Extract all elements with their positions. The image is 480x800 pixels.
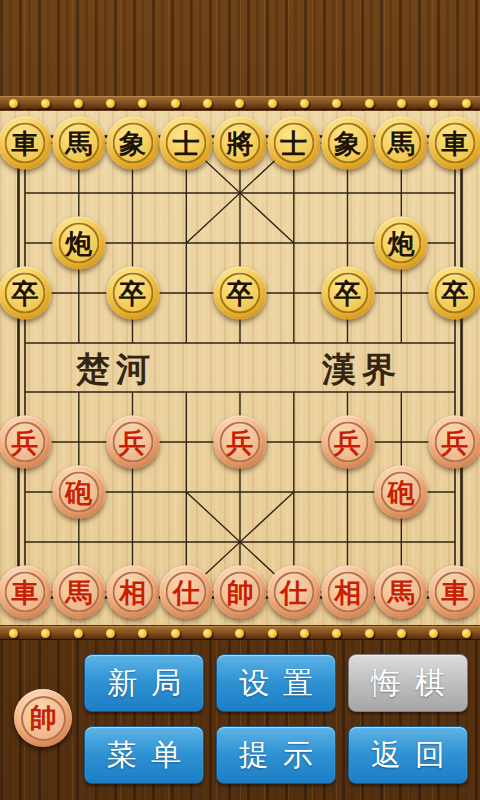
piece-black-車-f8r0[interactable]: 車 bbox=[429, 117, 480, 170]
piece-black-將-f4r0[interactable]: 將 bbox=[214, 117, 267, 170]
stud-icon bbox=[41, 629, 50, 638]
piece-glyph: 炮 bbox=[381, 223, 422, 264]
piece-black-卒-f0r3[interactable]: 卒 bbox=[0, 267, 52, 320]
piece-red-兵-f2r6[interactable]: 兵 bbox=[106, 416, 159, 469]
piece-red-兵-f4r6[interactable]: 兵 bbox=[214, 416, 267, 469]
stud-icon bbox=[74, 629, 83, 638]
board-top-rail bbox=[0, 96, 480, 110]
piece-glyph: 卒 bbox=[220, 273, 261, 314]
piece-glyph: 砲 bbox=[58, 472, 99, 513]
stud-icon bbox=[9, 629, 18, 638]
piece-black-卒-f2r3[interactable]: 卒 bbox=[106, 267, 159, 320]
piece-glyph: 兵 bbox=[220, 422, 261, 463]
stud-icon bbox=[235, 629, 244, 638]
piece-glyph: 卒 bbox=[5, 273, 46, 314]
settings-button[interactable]: 设置 bbox=[216, 654, 336, 712]
stud-icon bbox=[74, 99, 83, 108]
back-button[interactable]: 返回 bbox=[348, 726, 468, 784]
piece-black-士-f3r0[interactable]: 士 bbox=[160, 117, 213, 170]
piece-red-帥-f4r9[interactable]: 帥 bbox=[214, 566, 267, 619]
piece-black-車-f0r0[interactable]: 車 bbox=[0, 117, 52, 170]
piece-black-炮-f7r2[interactable]: 炮 bbox=[375, 217, 428, 270]
piece-black-象-f6r0[interactable]: 象 bbox=[321, 117, 374, 170]
piece-glyph: 馬 bbox=[58, 123, 99, 164]
piece-red-兵-f0r6[interactable]: 兵 bbox=[0, 416, 52, 469]
stud-icon bbox=[397, 99, 406, 108]
stud-icon bbox=[138, 629, 147, 638]
stud-icon bbox=[235, 99, 244, 108]
piece-black-象-f2r0[interactable]: 象 bbox=[106, 117, 159, 170]
stud-icon bbox=[41, 99, 50, 108]
piece-red-相-f6r9[interactable]: 相 bbox=[321, 566, 374, 619]
stud-icon bbox=[365, 629, 374, 638]
piece-red-馬-f7r9[interactable]: 馬 bbox=[375, 566, 428, 619]
piece-black-士-f5r0[interactable]: 士 bbox=[267, 117, 320, 170]
hint-button[interactable]: 提示 bbox=[216, 726, 336, 784]
piece-glyph: 炮 bbox=[58, 223, 99, 264]
stud-icon bbox=[268, 629, 277, 638]
piece-glyph: 兵 bbox=[112, 422, 153, 463]
board-bottom-rail bbox=[0, 626, 480, 640]
piece-red-砲-f1r7[interactable]: 砲 bbox=[52, 466, 105, 519]
piece-glyph: 將 bbox=[220, 123, 261, 164]
stud-icon bbox=[171, 99, 180, 108]
board-grid-lines bbox=[0, 111, 480, 625]
piece-glyph: 卒 bbox=[327, 273, 368, 314]
piece-glyph: 士 bbox=[273, 123, 314, 164]
piece-black-馬-f1r0[interactable]: 馬 bbox=[52, 117, 105, 170]
stud-icon bbox=[462, 99, 471, 108]
piece-black-馬-f7r0[interactable]: 馬 bbox=[375, 117, 428, 170]
piece-glyph: 車 bbox=[5, 123, 46, 164]
stud-icon bbox=[365, 99, 374, 108]
piece-black-卒-f4r3[interactable]: 卒 bbox=[214, 267, 267, 320]
stud-icon bbox=[106, 99, 115, 108]
piece-glyph: 馬 bbox=[58, 572, 99, 613]
stud-icon bbox=[9, 99, 18, 108]
piece-red-仕-f5r9[interactable]: 仕 bbox=[267, 566, 320, 619]
stud-icon bbox=[106, 629, 115, 638]
piece-glyph: 卒 bbox=[435, 273, 476, 314]
stud-icon bbox=[268, 99, 277, 108]
piece-glyph: 車 bbox=[435, 123, 476, 164]
piece-glyph: 相 bbox=[327, 572, 368, 613]
piece-red-砲-f7r7[interactable]: 砲 bbox=[375, 466, 428, 519]
piece-glyph: 馬 bbox=[381, 572, 422, 613]
stud-icon bbox=[397, 629, 406, 638]
river-label-left: 楚河 bbox=[76, 346, 156, 392]
piece-glyph: 相 bbox=[112, 572, 153, 613]
stud-icon bbox=[429, 629, 438, 638]
piece-glyph: 車 bbox=[435, 572, 476, 613]
river-label-right: 漢界 bbox=[322, 346, 402, 392]
piece-red-相-f2r9[interactable]: 相 bbox=[106, 566, 159, 619]
piece-glyph: 砲 bbox=[381, 472, 422, 513]
piece-glyph: 兵 bbox=[327, 422, 368, 463]
piece-glyph: 象 bbox=[112, 123, 153, 164]
piece-glyph: 兵 bbox=[5, 422, 46, 463]
xiangqi-board[interactable]: 楚河 漢界 車馬象士將士象馬車炮炮卒卒卒卒卒兵兵兵兵兵砲砲車馬相仕帥仕相馬車 bbox=[0, 111, 480, 625]
piece-black-卒-f8r3[interactable]: 卒 bbox=[429, 267, 480, 320]
stud-icon bbox=[203, 99, 212, 108]
piece-glyph: 車 bbox=[5, 572, 46, 613]
piece-glyph: 馬 bbox=[381, 123, 422, 164]
piece-red-仕-f3r9[interactable]: 仕 bbox=[160, 566, 213, 619]
new-game-button[interactable]: 新局 bbox=[84, 654, 204, 712]
piece-glyph: 卒 bbox=[112, 273, 153, 314]
red-general-turn-icon: 帥 bbox=[14, 689, 72, 747]
piece-glyph: 仕 bbox=[273, 572, 314, 613]
piece-red-馬-f1r9[interactable]: 馬 bbox=[52, 566, 105, 619]
stud-icon bbox=[171, 629, 180, 638]
stud-icon bbox=[300, 99, 309, 108]
piece-glyph: 士 bbox=[166, 123, 207, 164]
piece-glyph: 帥 bbox=[220, 572, 261, 613]
stud-icon bbox=[300, 629, 309, 638]
piece-red-車-f0r9[interactable]: 車 bbox=[0, 566, 52, 619]
piece-glyph: 仕 bbox=[166, 572, 207, 613]
stud-icon bbox=[332, 99, 341, 108]
stud-icon bbox=[138, 99, 147, 108]
undo-button[interactable]: 悔棋 bbox=[348, 654, 468, 712]
stud-icon bbox=[203, 629, 212, 638]
stud-icon bbox=[462, 629, 471, 638]
piece-black-炮-f1r2[interactable]: 炮 bbox=[52, 217, 105, 270]
piece-red-兵-f8r6[interactable]: 兵 bbox=[429, 416, 480, 469]
piece-red-兵-f6r6[interactable]: 兵 bbox=[321, 416, 374, 469]
stud-icon bbox=[429, 99, 438, 108]
menu-button[interactable]: 菜单 bbox=[84, 726, 204, 784]
piece-red-車-f8r9[interactable]: 車 bbox=[429, 566, 480, 619]
piece-glyph: 兵 bbox=[435, 422, 476, 463]
piece-glyph: 象 bbox=[327, 123, 368, 164]
piece-black-卒-f6r3[interactable]: 卒 bbox=[321, 267, 374, 320]
stud-icon bbox=[332, 629, 341, 638]
